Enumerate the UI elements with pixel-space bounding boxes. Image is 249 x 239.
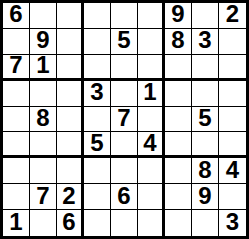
given-digit: 8 [36, 107, 49, 130]
cell-r8c5: 6 [111, 184, 138, 210]
cell-r2c1[interactable] [3, 29, 30, 55]
given-digit: 5 [117, 29, 130, 52]
cell-r9c4[interactable] [84, 210, 111, 236]
given-digit: 6 [9, 3, 22, 26]
cell-r6c1[interactable] [3, 132, 30, 158]
cell-r4c3[interactable] [57, 81, 84, 107]
cell-r1c1: 6 [3, 3, 30, 29]
given-digit: 3 [90, 81, 103, 104]
given-digit: 3 [198, 29, 211, 52]
cell-r8c6[interactable] [138, 184, 165, 210]
cell-r7c2[interactable] [30, 158, 57, 184]
given-digit: 2 [62, 184, 75, 207]
cell-r3c4[interactable] [84, 55, 111, 81]
cell-r5c8: 5 [192, 107, 219, 133]
given-digit: 1 [9, 210, 22, 234]
cell-r5c3[interactable] [57, 107, 84, 133]
cell-r7c8: 8 [192, 158, 219, 184]
cell-r8c7[interactable] [165, 184, 192, 210]
cell-r8c2: 7 [30, 184, 57, 210]
cell-r4c9[interactable] [219, 81, 246, 107]
cell-r2c6[interactable] [138, 29, 165, 55]
cell-r1c7: 9 [165, 3, 192, 29]
cell-r1c6[interactable] [138, 3, 165, 29]
cell-r4c5[interactable] [111, 81, 138, 107]
given-digit: 4 [226, 158, 239, 181]
cell-r4c2[interactable] [30, 81, 57, 107]
given-digit: 9 [36, 29, 49, 52]
cell-r9c9: 3 [219, 210, 246, 236]
cell-r5c6[interactable] [138, 107, 165, 133]
cell-r9c1: 1 [3, 210, 30, 236]
cell-r3c5[interactable] [111, 55, 138, 81]
cell-r3c7[interactable] [165, 55, 192, 81]
cell-r8c9[interactable] [219, 184, 246, 210]
cell-r2c9[interactable] [219, 29, 246, 55]
given-digit: 7 [9, 55, 22, 77]
cell-r1c9: 2 [219, 3, 246, 29]
cell-r6c5[interactable] [111, 132, 138, 158]
sudoku-board: 6929583713187554847269163 [0, 0, 249, 239]
given-digit: 8 [198, 158, 211, 181]
cell-r9c8[interactable] [192, 210, 219, 236]
cell-r3c1: 7 [3, 55, 30, 81]
cell-r1c8[interactable] [192, 3, 219, 29]
given-digit: 3 [226, 210, 239, 234]
cell-r8c3: 2 [57, 184, 84, 210]
cell-r6c9[interactable] [219, 132, 246, 158]
cell-r1c3[interactable] [57, 3, 84, 29]
cell-r6c3[interactable] [57, 132, 84, 158]
given-digit: 5 [90, 132, 103, 154]
cell-r3c9[interactable] [219, 55, 246, 81]
given-digit: 1 [36, 55, 49, 77]
cell-r4c4: 3 [84, 81, 111, 107]
cell-r7c9: 4 [219, 158, 246, 184]
cell-r4c1[interactable] [3, 81, 30, 107]
given-digit: 1 [143, 81, 156, 104]
cell-r9c5[interactable] [111, 210, 138, 236]
cell-r2c8: 3 [192, 29, 219, 55]
given-digit: 9 [198, 184, 211, 207]
given-digit: 7 [117, 107, 130, 130]
given-digit: 8 [171, 29, 184, 52]
cell-r7c5[interactable] [111, 158, 138, 184]
cell-r2c2: 9 [30, 29, 57, 55]
cell-r4c8[interactable] [192, 81, 219, 107]
cell-r3c3[interactable] [57, 55, 84, 81]
cell-r6c8[interactable] [192, 132, 219, 158]
cell-r5c1[interactable] [3, 107, 30, 133]
cell-r5c5: 7 [111, 107, 138, 133]
given-digit: 2 [226, 3, 239, 26]
cell-r1c4[interactable] [84, 3, 111, 29]
cell-r8c1[interactable] [3, 184, 30, 210]
cell-r9c3: 6 [57, 210, 84, 236]
given-digit: 5 [198, 107, 211, 130]
cell-r4c7[interactable] [165, 81, 192, 107]
cell-r2c7: 8 [165, 29, 192, 55]
cell-r2c5: 5 [111, 29, 138, 55]
cell-r7c4[interactable] [84, 158, 111, 184]
cell-r3c6[interactable] [138, 55, 165, 81]
cell-r1c2[interactable] [30, 3, 57, 29]
cell-r9c2[interactable] [30, 210, 57, 236]
cell-r6c2[interactable] [30, 132, 57, 158]
cell-r6c6: 4 [138, 132, 165, 158]
given-digit: 9 [171, 3, 184, 26]
given-digit: 4 [143, 132, 156, 154]
sudoku-app: 6929583713187554847269163 [0, 0, 249, 239]
cell-r9c6[interactable] [138, 210, 165, 236]
cell-r5c2: 8 [30, 107, 57, 133]
cell-r2c4[interactable] [84, 29, 111, 55]
cell-r9c7[interactable] [165, 210, 192, 236]
cell-r5c4[interactable] [84, 107, 111, 133]
given-digit: 6 [117, 184, 130, 207]
cell-r8c4[interactable] [84, 184, 111, 210]
given-digit: 7 [36, 184, 49, 207]
cell-r2c3[interactable] [57, 29, 84, 55]
cell-r3c8[interactable] [192, 55, 219, 81]
cell-r8c8: 9 [192, 184, 219, 210]
cell-r7c7[interactable] [165, 158, 192, 184]
cell-r6c7[interactable] [165, 132, 192, 158]
cell-r4c6: 1 [138, 81, 165, 107]
given-digit: 6 [62, 210, 75, 234]
cell-r1c5[interactable] [111, 3, 138, 29]
cell-r7c6[interactable] [138, 158, 165, 184]
cell-r5c9[interactable] [219, 107, 246, 133]
cell-r7c1[interactable] [3, 158, 30, 184]
cell-r7c3[interactable] [57, 158, 84, 184]
cell-r3c2: 1 [30, 55, 57, 81]
cell-r6c4: 5 [84, 132, 111, 158]
cell-r5c7[interactable] [165, 107, 192, 133]
